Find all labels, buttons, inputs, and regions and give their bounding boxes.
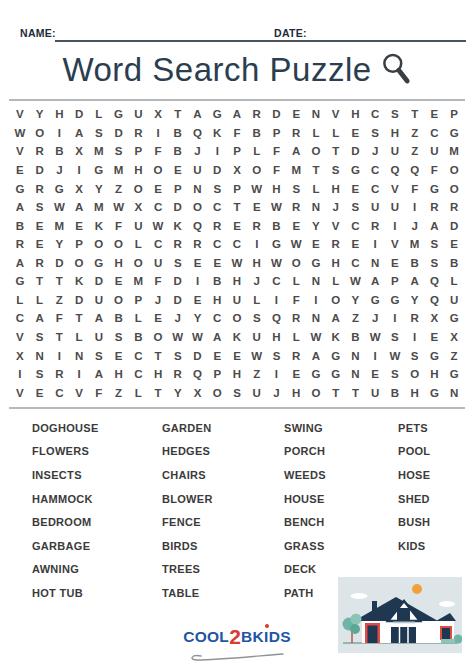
grid-cell: V bbox=[10, 105, 30, 124]
grid-cell: X bbox=[425, 309, 445, 328]
grid-cell: G bbox=[425, 179, 445, 198]
grid-cell: J bbox=[365, 309, 385, 328]
grid-cell: N bbox=[69, 346, 89, 365]
word-item: BENCH bbox=[284, 510, 326, 534]
word-item: PORCH bbox=[284, 440, 326, 464]
grid-cell: O bbox=[286, 254, 306, 273]
grid-cell: S bbox=[425, 254, 445, 273]
grid-cell: I bbox=[385, 216, 405, 235]
grid-cell: A bbox=[405, 272, 425, 291]
word-item: INSECTS bbox=[32, 463, 99, 487]
cloud-icon bbox=[351, 593, 368, 599]
grid-cell: I bbox=[405, 198, 425, 217]
grid-cell: Y bbox=[306, 216, 326, 235]
word-item: SWING bbox=[284, 416, 326, 440]
word-item: CHAIRS bbox=[162, 463, 213, 487]
grid-cell: P bbox=[385, 272, 405, 291]
grid-cell: D bbox=[89, 272, 109, 291]
grid-cell: C bbox=[425, 124, 445, 143]
word-item: GARBAGE bbox=[32, 534, 99, 558]
grid-cell: G bbox=[10, 179, 30, 198]
grid-cell: R bbox=[444, 198, 464, 217]
grid-cell: N bbox=[444, 383, 464, 402]
grid-cell: P bbox=[207, 365, 227, 384]
grid-cell: P bbox=[128, 142, 148, 161]
grid-cell: Z bbox=[405, 142, 425, 161]
grid-cell: T bbox=[326, 383, 346, 402]
grid-cell: E bbox=[10, 161, 30, 180]
grid-cell: Z bbox=[49, 291, 69, 310]
grid-cell: D bbox=[109, 124, 129, 143]
grid-cell: E bbox=[227, 216, 247, 235]
grid-cell: A bbox=[30, 309, 50, 328]
grid-cell: L bbox=[306, 124, 326, 143]
grid-cell: W bbox=[385, 346, 405, 365]
grid-cell: W bbox=[365, 328, 385, 347]
grid-cell: R bbox=[286, 309, 306, 328]
grid-cell: S bbox=[346, 198, 366, 217]
grid-cell: S bbox=[89, 346, 109, 365]
grid-cell: B bbox=[267, 216, 287, 235]
grid-cell: C bbox=[128, 346, 148, 365]
grid-cell: T bbox=[148, 346, 168, 365]
grid-cell: E bbox=[30, 216, 50, 235]
word-item: WEEDS bbox=[284, 463, 326, 487]
word-column: PETSPOOLHOSESHEDBUSHKIDS bbox=[398, 416, 430, 558]
grid-cell: O bbox=[444, 161, 464, 180]
grid-cell: C bbox=[49, 383, 69, 402]
grid-cell: O bbox=[30, 124, 50, 143]
grid-cell: E bbox=[286, 216, 306, 235]
grid-cell: J bbox=[405, 216, 425, 235]
grid-cell: G bbox=[49, 179, 69, 198]
grid-cell: D bbox=[267, 105, 287, 124]
grid-cell: D bbox=[49, 254, 69, 273]
grid-cell: W bbox=[148, 216, 168, 235]
grid-cell: L bbox=[128, 235, 148, 254]
grid-cell: I bbox=[405, 328, 425, 347]
grid-cell: G bbox=[425, 383, 445, 402]
divider-top bbox=[9, 99, 465, 101]
grid-cell: A bbox=[69, 198, 89, 217]
grid-cell: T bbox=[30, 272, 50, 291]
grid-cell: T bbox=[49, 272, 69, 291]
grid-cell: L bbox=[128, 383, 148, 402]
grid-cell: N bbox=[306, 198, 326, 217]
grid-cell: U bbox=[89, 291, 109, 310]
grid-cell: T bbox=[306, 161, 326, 180]
grid-cell: Z bbox=[109, 179, 129, 198]
grid-cell: B bbox=[10, 216, 30, 235]
grid-cell: F bbox=[405, 179, 425, 198]
grid-cell: R bbox=[286, 198, 306, 217]
grid-cell: R bbox=[286, 346, 306, 365]
grid-cell: H bbox=[227, 272, 247, 291]
grid-cell: S bbox=[109, 328, 129, 347]
grid-cell: Y bbox=[89, 179, 109, 198]
grid-cell: X bbox=[128, 198, 148, 217]
grid-cell: L bbox=[286, 328, 306, 347]
grid-cell: G bbox=[346, 161, 366, 180]
grid-cell: V bbox=[385, 235, 405, 254]
grid-cell: Y bbox=[168, 383, 188, 402]
grid-cell: P bbox=[444, 105, 464, 124]
word-item: HOT TUB bbox=[32, 581, 99, 605]
grid-cell: N bbox=[306, 105, 326, 124]
grid-cell: C bbox=[346, 254, 366, 273]
grid-cell: Q bbox=[405, 161, 425, 180]
grid-cell: U bbox=[365, 198, 385, 217]
grid-cell: Y bbox=[30, 105, 50, 124]
grid-cell: L bbox=[89, 105, 109, 124]
grid-cell: Y bbox=[49, 235, 69, 254]
grid-cell: G bbox=[326, 365, 346, 384]
grid-cell: U bbox=[385, 198, 405, 217]
grid-cell: U bbox=[148, 254, 168, 273]
grid-cell: L bbox=[128, 309, 148, 328]
grid-cell: K bbox=[227, 328, 247, 347]
grid-cell: G bbox=[444, 124, 464, 143]
divider-bottom bbox=[9, 407, 465, 409]
grid-cell: E bbox=[148, 179, 168, 198]
grid-cell: H bbox=[148, 365, 168, 384]
grid-cell: S bbox=[109, 142, 129, 161]
grid-cell: W bbox=[306, 328, 326, 347]
grid-cell: I bbox=[247, 235, 267, 254]
grid-cell: V bbox=[326, 105, 346, 124]
grid-cell: P bbox=[227, 142, 247, 161]
grid-cell: R bbox=[30, 142, 50, 161]
grid-cell: H bbox=[326, 179, 346, 198]
logo-part: 2 bbox=[229, 625, 241, 648]
grid-cell: E bbox=[247, 198, 267, 217]
grid-cell: J bbox=[148, 291, 168, 310]
grid-cell: T bbox=[49, 328, 69, 347]
word-item: PETS bbox=[398, 416, 430, 440]
grid-cell: E bbox=[69, 216, 89, 235]
grid-cell: G bbox=[109, 105, 129, 124]
grid-cell: N bbox=[30, 346, 50, 365]
grid-cell: O bbox=[109, 291, 129, 310]
word-item: GRASS bbox=[284, 534, 326, 558]
grid-cell: I bbox=[306, 291, 326, 310]
grid-cell: G bbox=[425, 346, 445, 365]
grid-cell: R bbox=[128, 124, 148, 143]
grid-cell: Z bbox=[247, 365, 267, 384]
grid-cell: G bbox=[385, 291, 405, 310]
grid-cell: E bbox=[148, 309, 168, 328]
grid-cell: W bbox=[267, 198, 287, 217]
grid-cell: L bbox=[247, 291, 267, 310]
grid-cell: S bbox=[227, 383, 247, 402]
grid-cell: M bbox=[109, 161, 129, 180]
grid-cell: Q bbox=[267, 309, 287, 328]
grid-cell: V bbox=[385, 179, 405, 198]
grid-cell: Y bbox=[346, 291, 366, 310]
grid-cell: G bbox=[326, 346, 346, 365]
grid-cell: C bbox=[365, 161, 385, 180]
grid-cell: U bbox=[128, 216, 148, 235]
grid-cell: E bbox=[425, 328, 445, 347]
grid-cell: G bbox=[89, 254, 109, 273]
word-item: HAMMOCK bbox=[32, 487, 99, 511]
grid-cell: J bbox=[188, 142, 208, 161]
grid-cell: T bbox=[168, 105, 188, 124]
grid-cell: A bbox=[10, 254, 30, 273]
grid-cell: M bbox=[405, 235, 425, 254]
grid-cell: D bbox=[30, 161, 50, 180]
word-item: HOUSE bbox=[284, 487, 326, 511]
grid-cell: A bbox=[306, 346, 326, 365]
grid-cell: O bbox=[128, 179, 148, 198]
grid-cell: X bbox=[188, 383, 208, 402]
grid-cell: B bbox=[49, 142, 69, 161]
grid-cell: U bbox=[385, 142, 405, 161]
cool2bkids-logo[interactable]: COOL2BKIDS bbox=[0, 626, 474, 648]
grid-cell: F bbox=[227, 124, 247, 143]
grid-cell: Q bbox=[385, 161, 405, 180]
grid-cell: L bbox=[10, 291, 30, 310]
grid-cell: R bbox=[286, 124, 306, 143]
grid-cell: O bbox=[227, 309, 247, 328]
grid-cell: C bbox=[267, 272, 287, 291]
grid-cell: D bbox=[69, 105, 89, 124]
grid-cell: W bbox=[227, 254, 247, 273]
grid-cell: S bbox=[30, 328, 50, 347]
grid-cell: H bbox=[247, 254, 267, 273]
grid-cell: E bbox=[30, 235, 50, 254]
grid-cell: V bbox=[10, 328, 30, 347]
grid-cell: R bbox=[30, 254, 50, 273]
grid-cell: Q bbox=[188, 124, 208, 143]
grid-cell: E bbox=[207, 346, 227, 365]
grid-cell: J bbox=[267, 383, 287, 402]
magnifier-icon bbox=[380, 52, 412, 90]
grid-cell: R bbox=[326, 235, 346, 254]
grid-cell: W bbox=[109, 198, 129, 217]
word-item: TREES bbox=[162, 558, 213, 582]
grid-cell: W bbox=[49, 198, 69, 217]
grid-cell: S bbox=[425, 235, 445, 254]
grid-cell: E bbox=[286, 105, 306, 124]
grid-cell: F bbox=[425, 161, 445, 180]
grid-cell: I bbox=[49, 346, 69, 365]
word-item: BUSH bbox=[398, 510, 430, 534]
word-item: AWNING bbox=[32, 558, 99, 582]
grid-cell: H bbox=[207, 291, 227, 310]
grid-cell: T bbox=[346, 383, 366, 402]
grid-cell: M bbox=[286, 161, 306, 180]
grid-cell: T bbox=[405, 105, 425, 124]
grid-cell: X bbox=[444, 328, 464, 347]
grid-cell: C bbox=[10, 309, 30, 328]
grid-cell: D bbox=[346, 142, 366, 161]
grid-cell: K bbox=[168, 216, 188, 235]
grid-cell: C bbox=[207, 309, 227, 328]
grid-cell: C bbox=[128, 365, 148, 384]
grid-cell: O bbox=[247, 161, 267, 180]
grid-cell: A bbox=[188, 105, 208, 124]
grid-cell: A bbox=[89, 365, 109, 384]
grid-cell: A bbox=[207, 328, 227, 347]
grid-cell: X bbox=[148, 105, 168, 124]
grid-cell: O bbox=[148, 161, 168, 180]
word-item: HOSE bbox=[398, 463, 430, 487]
grid-cell: L bbox=[286, 272, 306, 291]
grid-cell: Q bbox=[425, 291, 445, 310]
grid-cell: X bbox=[69, 179, 89, 198]
grid-cell: R bbox=[49, 365, 69, 384]
grid-cell: G bbox=[207, 105, 227, 124]
grid-cell: W bbox=[247, 346, 267, 365]
grid-cell: W bbox=[247, 179, 267, 198]
grid-cell: B bbox=[168, 124, 188, 143]
word-item: BLOWER bbox=[162, 487, 213, 511]
grid-cell: L bbox=[326, 272, 346, 291]
grid-cell: B bbox=[247, 124, 267, 143]
grid-cell: I bbox=[267, 365, 287, 384]
grid-cell: U bbox=[444, 291, 464, 310]
grid-cell: J bbox=[168, 309, 188, 328]
grid-cell: S bbox=[168, 346, 188, 365]
grid-cell: O bbox=[405, 365, 425, 384]
grid-cell: M bbox=[444, 142, 464, 161]
grid-cell: I bbox=[49, 124, 69, 143]
grid-cell: N bbox=[365, 254, 385, 273]
grid-cell: V bbox=[69, 383, 89, 402]
grid-cell: Q bbox=[425, 272, 445, 291]
grid-cell: X bbox=[227, 161, 247, 180]
grid-cell: P bbox=[168, 179, 188, 198]
grid-cell: D bbox=[69, 291, 89, 310]
grid-cell: I bbox=[385, 309, 405, 328]
date-label: DATE: bbox=[274, 27, 307, 39]
grid-cell: F bbox=[267, 142, 287, 161]
grid-cell: H bbox=[128, 161, 148, 180]
grid-cell: E bbox=[286, 365, 306, 384]
grid-cell: S bbox=[30, 198, 50, 217]
grid-cell: A bbox=[69, 124, 89, 143]
grid-cell: K bbox=[207, 124, 227, 143]
grid-cell: S bbox=[89, 124, 109, 143]
grid-cell: I bbox=[69, 365, 89, 384]
word-item: BIRDS bbox=[162, 534, 213, 558]
grid-cell: U bbox=[247, 328, 267, 347]
grid-cell: H bbox=[227, 365, 247, 384]
grid-cell: E bbox=[188, 291, 208, 310]
grid-cell: N bbox=[306, 272, 326, 291]
grid-cell: D bbox=[207, 161, 227, 180]
grid-cell: C bbox=[148, 198, 168, 217]
grid-cell: A bbox=[227, 105, 247, 124]
grid-cell: N bbox=[346, 365, 366, 384]
grid-cell: E bbox=[168, 161, 188, 180]
grid-cell: O bbox=[148, 328, 168, 347]
grid-cell: M bbox=[89, 198, 109, 217]
grid-cell: L bbox=[306, 179, 326, 198]
grid-cell: G bbox=[444, 309, 464, 328]
grid-cell: H bbox=[109, 365, 129, 384]
grid-cell: G bbox=[306, 254, 326, 273]
grid-cell: U bbox=[89, 328, 109, 347]
grid-cell: I bbox=[188, 272, 208, 291]
word-column: DOGHOUSEFLOWERSINSECTSHAMMOCKBEDROOMGARB… bbox=[32, 416, 99, 605]
word-item: BEDROOM bbox=[32, 510, 99, 534]
grid-cell: W bbox=[346, 272, 366, 291]
grid-cell: C bbox=[207, 235, 227, 254]
grid-cell: R bbox=[30, 179, 50, 198]
grid-cell: V bbox=[326, 216, 346, 235]
grid-cell: T bbox=[148, 383, 168, 402]
grid-cell: B bbox=[128, 328, 148, 347]
grid-cell: C bbox=[148, 235, 168, 254]
grid-cell: A bbox=[425, 216, 445, 235]
grid-cell: E bbox=[30, 383, 50, 402]
grid-cell: H bbox=[346, 105, 366, 124]
grid-cell: O bbox=[306, 142, 326, 161]
grid-cell: E bbox=[306, 235, 326, 254]
grid-cell: U bbox=[425, 142, 445, 161]
grid-cell: F bbox=[49, 309, 69, 328]
grid-cell: C bbox=[365, 105, 385, 124]
cloud-icon bbox=[439, 601, 455, 607]
logo-part: DS bbox=[269, 628, 291, 645]
grid-cell: M bbox=[128, 272, 148, 291]
grid-cell: Z bbox=[444, 346, 464, 365]
grid-cell: D bbox=[444, 216, 464, 235]
grid-cell: U bbox=[247, 383, 267, 402]
grid-cell: P bbox=[267, 124, 287, 143]
grid-cell: E bbox=[444, 235, 464, 254]
grid-cell: H bbox=[326, 254, 346, 273]
grid-cell: T bbox=[326, 142, 346, 161]
page-title: Word Search Puzzle bbox=[62, 51, 371, 89]
grid-cell: S bbox=[385, 328, 405, 347]
grid-cell: I bbox=[148, 124, 168, 143]
grid-cell: R bbox=[405, 309, 425, 328]
grid-cell: R bbox=[188, 235, 208, 254]
grid-cell: U bbox=[128, 105, 148, 124]
grid-cell: R bbox=[168, 365, 188, 384]
grid-cell: H bbox=[109, 254, 129, 273]
grid-cell: S bbox=[30, 365, 50, 384]
grid-cell: R bbox=[247, 216, 267, 235]
grid-cell: O bbox=[207, 383, 227, 402]
grid-cell: I bbox=[365, 235, 385, 254]
grid-cell: F bbox=[267, 161, 287, 180]
grid-cell: E bbox=[385, 254, 405, 273]
grid-cell: H bbox=[49, 105, 69, 124]
grid-cell: G bbox=[365, 291, 385, 310]
grid-cell: M bbox=[49, 216, 69, 235]
grid-cell: K bbox=[326, 328, 346, 347]
grid-cell: Y bbox=[405, 291, 425, 310]
grid-cell: L bbox=[326, 124, 346, 143]
grid-cell: O bbox=[444, 179, 464, 198]
grid-cell: G bbox=[306, 365, 326, 384]
grid-cell: Z bbox=[405, 124, 425, 143]
grid-cell: N bbox=[306, 309, 326, 328]
grid-cell: A bbox=[10, 198, 30, 217]
grid-cell: K bbox=[89, 216, 109, 235]
grid-cell: E bbox=[109, 272, 129, 291]
grid-cell: S bbox=[168, 254, 188, 273]
word-item: DOGHOUSE bbox=[32, 416, 99, 440]
grid-cell: S bbox=[385, 365, 405, 384]
grid-cell: S bbox=[326, 161, 346, 180]
name-date-line bbox=[55, 40, 466, 42]
grid-cell: G bbox=[89, 161, 109, 180]
